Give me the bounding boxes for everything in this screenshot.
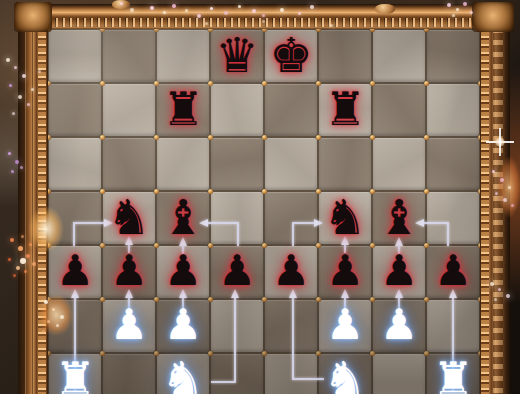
- black-rook[interactable]: ♜: [156, 82, 210, 136]
- sparkle-particle-icon: [13, 274, 16, 277]
- sparkle-particle-icon: [9, 84, 12, 87]
- ornate-frame-top: [18, 4, 510, 29]
- move-arrow-into-f5-from-left: [293, 223, 316, 246]
- black-pawn[interactable]: ♟: [102, 244, 156, 298]
- black-queen[interactable]: ♛: [210, 28, 264, 82]
- frame-corner-ornament-left: [14, 2, 52, 32]
- frame-finial-icon: [375, 4, 395, 14]
- ornate-frame-right: [480, 4, 510, 394]
- black-pawn[interactable]: ♟: [210, 244, 264, 298]
- white-pawn[interactable]: ♟: [318, 298, 372, 352]
- white-pawn[interactable]: ♟: [156, 298, 210, 352]
- black-rook[interactable]: ♜: [318, 82, 372, 136]
- move-arrow-into-c5-from-right: [206, 223, 238, 246]
- black-pawn[interactable]: ♟: [48, 244, 102, 298]
- white-pawn[interactable]: ♟: [102, 298, 156, 352]
- black-knight[interactable]: ♞: [102, 190, 156, 244]
- white-rook[interactable]: ♜: [426, 352, 480, 394]
- white-pawn[interactable]: ♟: [372, 298, 426, 352]
- black-pawn[interactable]: ♟: [318, 244, 372, 298]
- ornate-frame-left: [18, 4, 48, 394]
- game-scene: ♛♚♜♜♞♝♞♝♟♟♟♟♟♟♟♟♟♟♟♟♜♞♞♜: [0, 0, 520, 394]
- black-pawn[interactable]: ♟: [264, 244, 318, 298]
- game-board: ♛♚♜♜♞♝♞♝♟♟♟♟♟♟♟♟♟♟♟♟♜♞♞♜: [48, 29, 480, 394]
- black-pawn[interactable]: ♟: [426, 244, 480, 298]
- frame-finial-icon: [112, 0, 130, 9]
- white-knight[interactable]: ♞: [156, 352, 210, 394]
- move-arrow-knight-c2-to-d4: [211, 296, 235, 382]
- sparkle-particle-icon: [8, 258, 11, 261]
- black-king[interactable]: ♚: [264, 28, 318, 82]
- sparkle-particle-icon: [14, 66, 17, 69]
- sparkle-particle-icon: [11, 170, 14, 173]
- black-pawn[interactable]: ♟: [372, 244, 426, 298]
- sparkle-particle-icon: [8, 152, 11, 155]
- frame-corner-ornament-right: [472, 2, 514, 32]
- white-rook[interactable]: ♜: [48, 352, 102, 394]
- sparkle-particle-icon: [12, 112, 15, 115]
- sparkle-particle-icon: [511, 204, 514, 207]
- white-knight[interactable]: ♞: [318, 352, 372, 394]
- black-bishop[interactable]: ♝: [156, 190, 210, 244]
- black-knight[interactable]: ♞: [318, 190, 372, 244]
- black-bishop[interactable]: ♝: [372, 190, 426, 244]
- sparkle-particle-icon: [6, 58, 10, 62]
- sparkle-particle-icon: [10, 238, 14, 242]
- black-pawn[interactable]: ♟: [156, 244, 210, 298]
